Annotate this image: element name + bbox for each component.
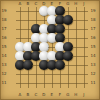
intersection-A17[interactable]	[16, 25, 24, 34]
intersection-G11[interactable]	[64, 79, 72, 88]
intersection-H17[interactable]	[72, 25, 80, 34]
column-label-D: D	[40, 93, 48, 97]
row-label-14: 14	[0, 54, 8, 58]
intersection-J17[interactable]	[80, 25, 88, 34]
intersection-H11[interactable]	[72, 79, 80, 88]
intersection-F19[interactable]	[56, 7, 64, 16]
intersection-A16[interactable]	[16, 34, 24, 43]
row-label-14: 14	[89, 54, 97, 58]
column-labels-bottom: ABCDEFGHJ	[16, 93, 88, 98]
row-label-13: 13	[89, 63, 97, 67]
intersection-F13[interactable]	[56, 61, 64, 70]
row-label-18: 18	[89, 18, 97, 22]
row-label-11: 11	[89, 81, 97, 85]
row-labels-left: 191817161514131211	[0, 7, 8, 88]
intersection-B12[interactable]	[24, 70, 32, 79]
intersection-B18[interactable]	[24, 16, 32, 25]
row-label-16: 16	[89, 36, 97, 40]
intersection-A19[interactable]	[16, 7, 24, 16]
row-label-12: 12	[89, 72, 97, 76]
intersection-H14[interactable]	[72, 52, 80, 61]
row-label-12: 12	[0, 72, 8, 76]
intersection-H18[interactable]	[72, 16, 80, 25]
row-label-17: 17	[0, 27, 8, 31]
column-label-J: J	[80, 93, 88, 97]
intersection-H19[interactable]	[72, 7, 80, 16]
intersection-J18[interactable]	[80, 16, 88, 25]
row-label-19: 19	[89, 9, 97, 13]
intersection-G18[interactable]	[64, 16, 72, 25]
go-board: ABCDEFGHJ ABCDEFGHJ 191817161514131211 1…	[0, 0, 100, 100]
intersection-J12[interactable]	[80, 70, 88, 79]
row-labels-right: 191817161514131211	[89, 7, 97, 88]
column-label-B: B	[24, 2, 32, 6]
intersection-G12[interactable]	[64, 70, 72, 79]
row-label-17: 17	[89, 27, 97, 31]
intersection-H15[interactable]	[72, 43, 80, 52]
intersection-F11[interactable]	[56, 79, 64, 88]
column-label-G: G	[64, 93, 72, 97]
row-label-15: 15	[0, 45, 8, 49]
intersection-B13[interactable]	[24, 61, 32, 70]
intersection-H16[interactable]	[72, 34, 80, 43]
row-label-16: 16	[0, 36, 8, 40]
row-label-11: 11	[0, 81, 8, 85]
intersection-H13[interactable]	[72, 61, 80, 70]
intersection-G17[interactable]	[64, 25, 72, 34]
column-label-J: J	[80, 2, 88, 6]
column-label-A: A	[16, 93, 24, 97]
board-grid	[16, 7, 88, 88]
intersection-G16[interactable]	[64, 34, 72, 43]
intersection-G19[interactable]	[64, 7, 72, 16]
column-label-B: B	[24, 93, 32, 97]
intersection-E12[interactable]	[48, 70, 56, 79]
intersection-J19[interactable]	[80, 7, 88, 16]
intersection-G13[interactable]	[64, 61, 72, 70]
intersection-B19[interactable]	[24, 7, 32, 16]
intersection-F12[interactable]	[56, 70, 64, 79]
intersection-D11[interactable]	[40, 79, 48, 88]
intersection-C12[interactable]	[32, 70, 40, 79]
intersection-G15[interactable]	[64, 43, 72, 52]
row-label-13: 13	[0, 63, 8, 67]
intersection-J13[interactable]	[80, 61, 88, 70]
intersection-B11[interactable]	[24, 79, 32, 88]
column-label-A: A	[16, 2, 24, 6]
column-label-F: F	[56, 93, 64, 97]
column-label-H: H	[72, 2, 80, 6]
column-label-H: H	[72, 93, 80, 97]
intersection-C11[interactable]	[32, 79, 40, 88]
intersection-E11[interactable]	[48, 79, 56, 88]
intersection-H12[interactable]	[72, 70, 80, 79]
column-label-C: C	[32, 2, 40, 6]
intersection-G14[interactable]	[64, 52, 72, 61]
column-label-C: C	[32, 93, 40, 97]
row-label-19: 19	[0, 9, 8, 13]
intersection-C18[interactable]	[32, 16, 40, 25]
intersection-A12[interactable]	[16, 70, 24, 79]
intersection-J14[interactable]	[80, 52, 88, 61]
row-label-15: 15	[89, 45, 97, 49]
intersection-F16[interactable]	[56, 34, 64, 43]
column-label-G: G	[64, 2, 72, 6]
intersection-D12[interactable]	[40, 70, 48, 79]
intersection-A18[interactable]	[16, 16, 24, 25]
intersection-F17[interactable]	[56, 25, 64, 34]
intersection-A11[interactable]	[16, 79, 24, 88]
column-label-E: E	[48, 93, 56, 97]
intersection-J11[interactable]	[80, 79, 88, 88]
intersection-J15[interactable]	[80, 43, 88, 52]
row-label-18: 18	[0, 18, 8, 22]
intersection-D15[interactable]	[40, 43, 48, 52]
intersection-J16[interactable]	[80, 34, 88, 43]
